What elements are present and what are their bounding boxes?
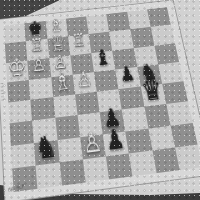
square-b1[interactable] [36,162,62,189]
board-frame: ♚♗♖♕♖♔♙♙♝♗♙♟♞♛♟♞♙♟ i.l.i.t.s.i dA 4LP [0,0,200,200]
square-h4[interactable] [162,81,188,104]
square-c3[interactable] [55,115,80,139]
white-pawn-d2[interactable]: ♙ [81,127,103,156]
white-bishop-c5[interactable]: ♗ [53,69,72,94]
square-a2[interactable] [11,143,36,169]
square-d4[interactable] [75,92,100,115]
square-h3[interactable] [166,101,193,125]
square-a3[interactable] [10,121,34,146]
square-h2[interactable] [170,122,197,147]
square-c1[interactable] [59,159,85,185]
square-b4[interactable] [31,97,55,121]
white-pawn-d5[interactable]: ♙ [76,69,93,91]
black-pawn-f5[interactable]: ♟ [118,64,136,85]
square-e5[interactable] [94,69,119,91]
square-d1[interactable] [83,156,109,182]
square-c2[interactable] [57,137,83,162]
white-king-a6[interactable]: ♔ [8,55,27,80]
white-pawn-b6[interactable]: ♙ [31,56,46,76]
square-h5[interactable] [158,62,183,84]
corner-scribble: dA 4LP [8,184,25,193]
square-a4[interactable] [8,100,32,124]
watermark-text: i.l.i.t.s.i [0,82,5,101]
black-knight-b2[interactable]: ♞ [34,131,58,165]
chess-board: ♚♗♖♕♖♔♙♙♝♗♙♟♞♛♟♞♙♟ [4,7,200,192]
white-rook-d7[interactable]: ♖ [71,32,86,51]
chessboard-photo: ♚♗♖♕♖♔♙♙♝♗♙♟♞♛♟♞♙♟ i.l.i.t.s.i dA 4LP [0,0,200,200]
square-c4[interactable] [53,94,78,118]
square-a5[interactable] [7,80,30,103]
square-h1[interactable] [175,144,200,170]
square-h6[interactable] [154,43,179,64]
square-b5[interactable] [29,77,53,100]
black-bishop-e6[interactable]: ♝ [94,46,113,69]
